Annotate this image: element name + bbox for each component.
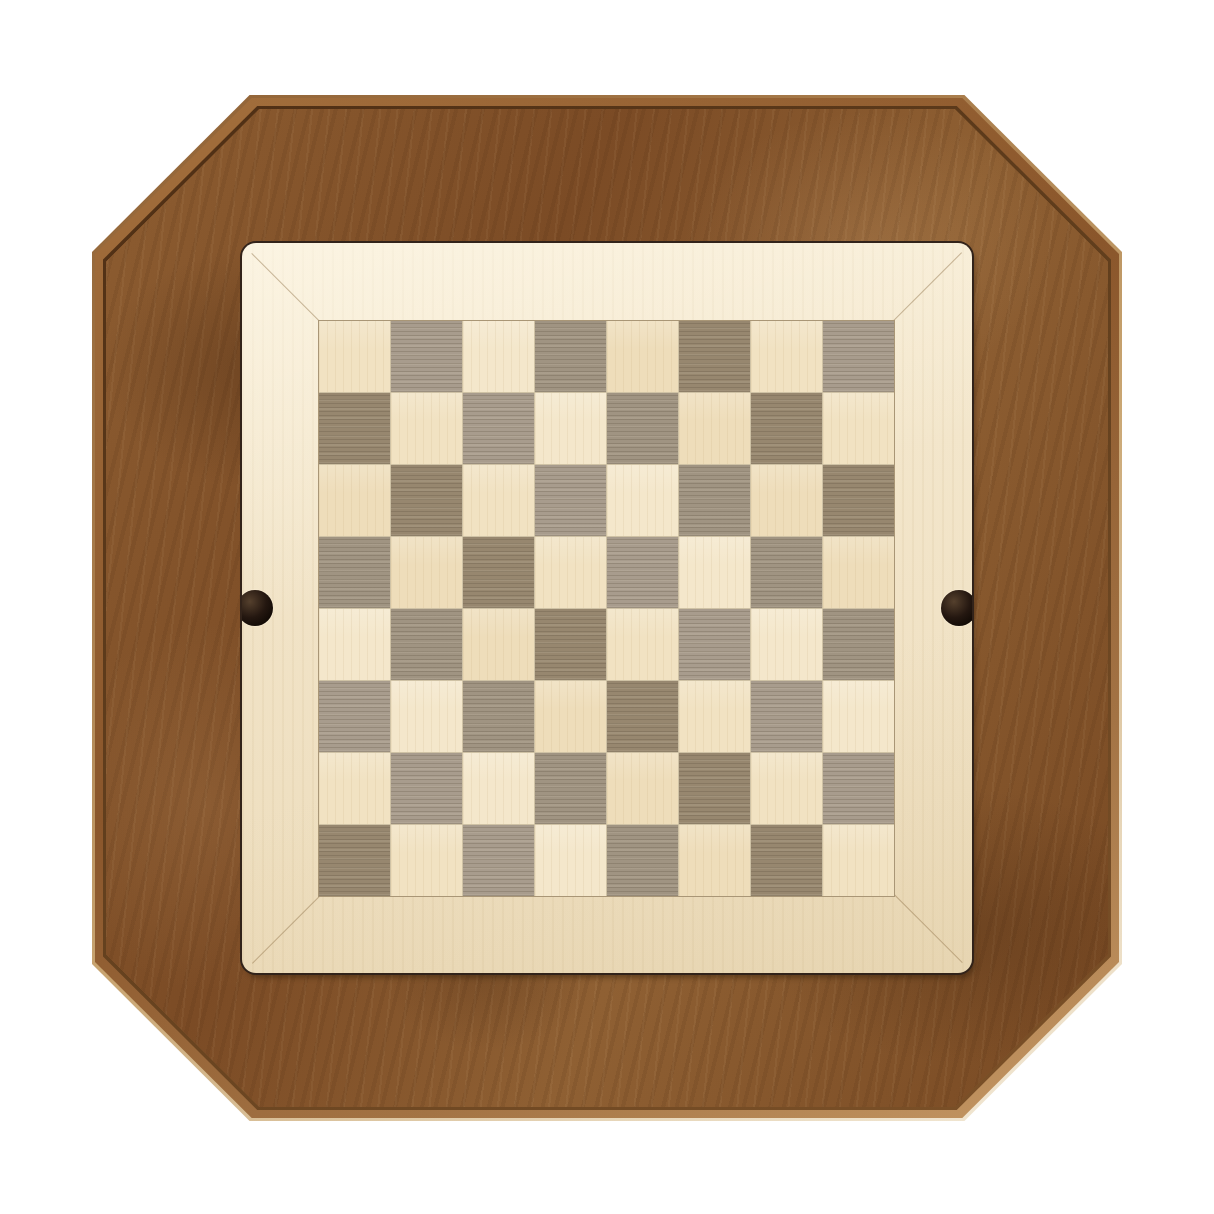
square-a6[interactable]: [319, 465, 390, 536]
square-g7[interactable]: [751, 393, 822, 464]
square-g1[interactable]: [751, 825, 822, 896]
square-e8[interactable]: [607, 321, 678, 392]
square-b2[interactable]: [391, 753, 462, 824]
square-a2[interactable]: [319, 753, 390, 824]
square-c5[interactable]: [463, 537, 534, 608]
square-g4[interactable]: [751, 609, 822, 680]
board-inset: [242, 243, 972, 973]
square-c6[interactable]: [463, 465, 534, 536]
square-d6[interactable]: [535, 465, 606, 536]
square-h2[interactable]: [823, 753, 894, 824]
frame-miter-joint: [251, 253, 325, 327]
square-b5[interactable]: [391, 537, 462, 608]
chessboard: [318, 320, 895, 897]
square-d2[interactable]: [535, 753, 606, 824]
square-f8[interactable]: [679, 321, 750, 392]
square-a1[interactable]: [319, 825, 390, 896]
square-a8[interactable]: [319, 321, 390, 392]
square-g8[interactable]: [751, 321, 822, 392]
square-b6[interactable]: [391, 465, 462, 536]
square-c8[interactable]: [463, 321, 534, 392]
square-h1[interactable]: [823, 825, 894, 896]
square-d3[interactable]: [535, 681, 606, 752]
square-d1[interactable]: [535, 825, 606, 896]
square-b1[interactable]: [391, 825, 462, 896]
square-a3[interactable]: [319, 681, 390, 752]
square-c2[interactable]: [463, 753, 534, 824]
square-e2[interactable]: [607, 753, 678, 824]
square-d5[interactable]: [535, 537, 606, 608]
square-c1[interactable]: [463, 825, 534, 896]
square-g6[interactable]: [751, 465, 822, 536]
square-h7[interactable]: [823, 393, 894, 464]
square-f6[interactable]: [679, 465, 750, 536]
page-background: [0, 0, 1214, 1214]
square-d7[interactable]: [535, 393, 606, 464]
square-f3[interactable]: [679, 681, 750, 752]
square-e1[interactable]: [607, 825, 678, 896]
square-h5[interactable]: [823, 537, 894, 608]
square-h3[interactable]: [823, 681, 894, 752]
square-f7[interactable]: [679, 393, 750, 464]
game-table: [92, 95, 1122, 1121]
square-f4[interactable]: [679, 609, 750, 680]
square-c3[interactable]: [463, 681, 534, 752]
square-a4[interactable]: [319, 609, 390, 680]
frame-miter-joint: [888, 889, 962, 963]
square-e5[interactable]: [607, 537, 678, 608]
finger-notch-right: [941, 590, 972, 626]
frame-miter-joint: [252, 889, 326, 963]
square-h8[interactable]: [823, 321, 894, 392]
square-a5[interactable]: [319, 537, 390, 608]
square-f2[interactable]: [679, 753, 750, 824]
square-b4[interactable]: [391, 609, 462, 680]
square-c4[interactable]: [463, 609, 534, 680]
square-e4[interactable]: [607, 609, 678, 680]
square-h4[interactable]: [823, 609, 894, 680]
square-d8[interactable]: [535, 321, 606, 392]
square-b3[interactable]: [391, 681, 462, 752]
square-b7[interactable]: [391, 393, 462, 464]
square-e7[interactable]: [607, 393, 678, 464]
square-g5[interactable]: [751, 537, 822, 608]
frame-miter-joint: [888, 252, 962, 326]
finger-notch-left: [242, 590, 273, 626]
square-f5[interactable]: [679, 537, 750, 608]
square-g3[interactable]: [751, 681, 822, 752]
square-f1[interactable]: [679, 825, 750, 896]
square-g2[interactable]: [751, 753, 822, 824]
square-a7[interactable]: [319, 393, 390, 464]
square-d4[interactable]: [535, 609, 606, 680]
square-h6[interactable]: [823, 465, 894, 536]
square-e6[interactable]: [607, 465, 678, 536]
square-c7[interactable]: [463, 393, 534, 464]
square-e3[interactable]: [607, 681, 678, 752]
square-b8[interactable]: [391, 321, 462, 392]
